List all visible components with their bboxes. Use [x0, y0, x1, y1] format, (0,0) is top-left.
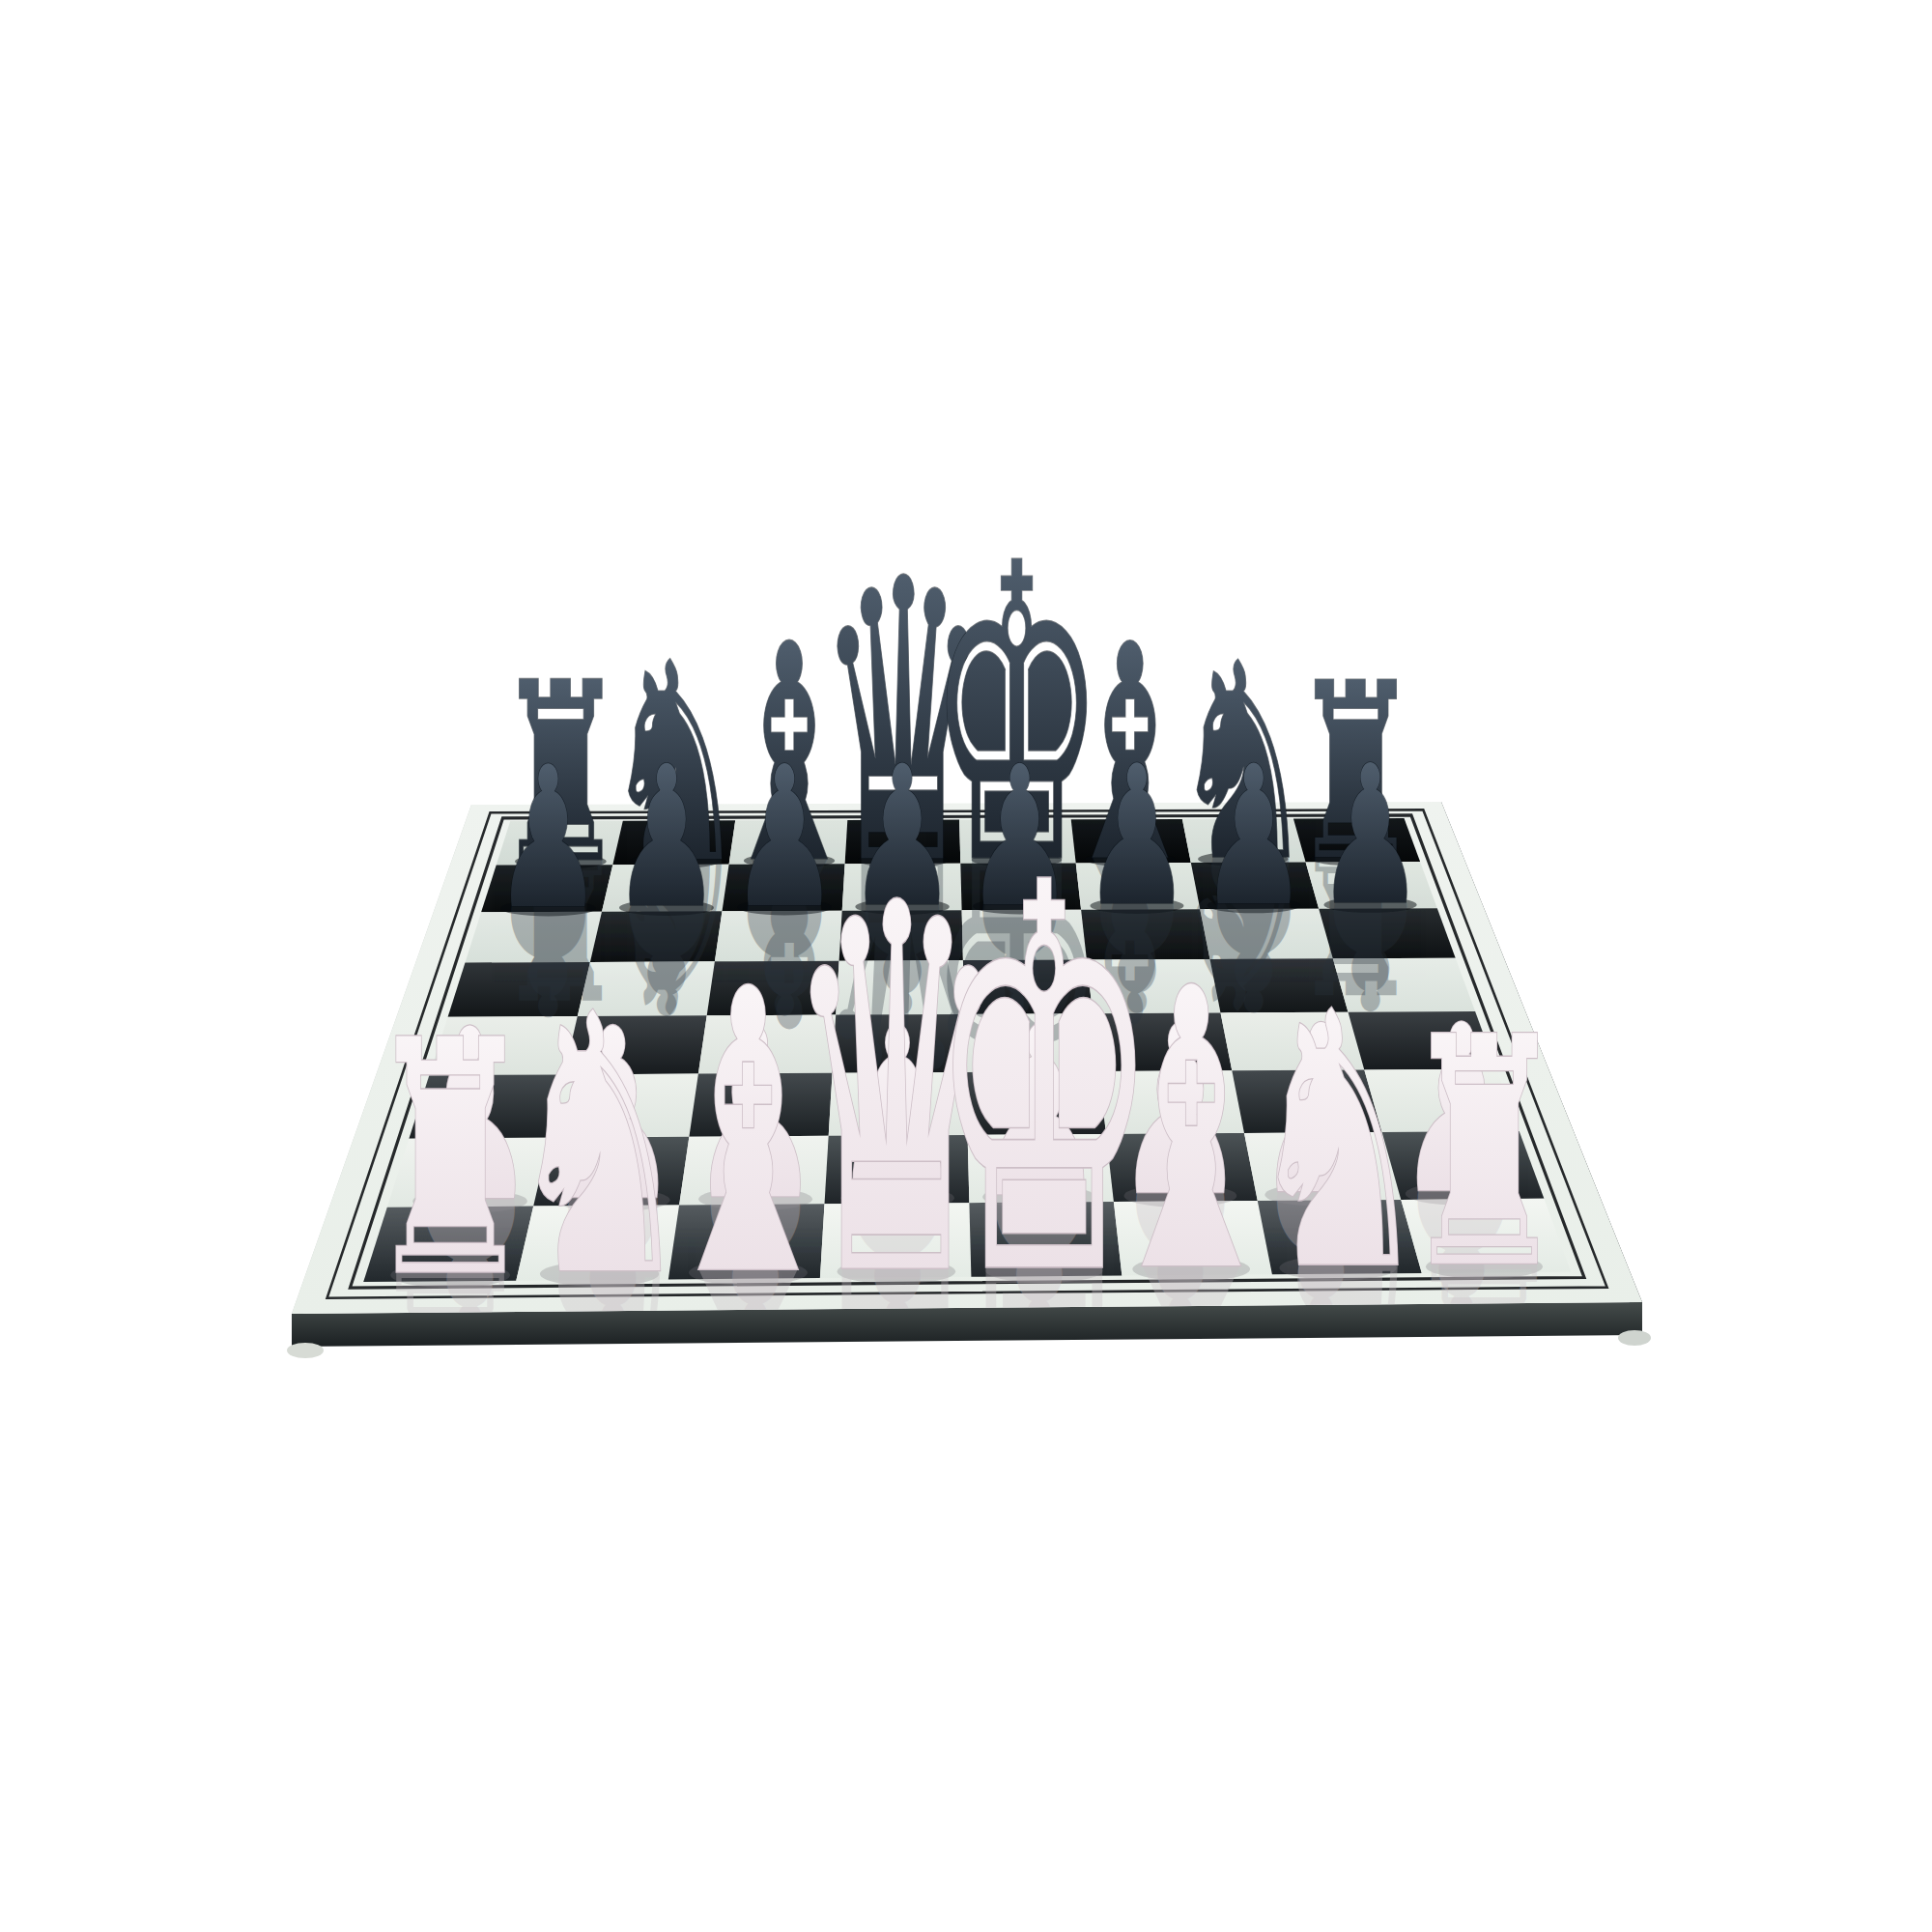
glass-foot-right [1618, 1330, 1651, 1346]
glass-foot-left [287, 1343, 324, 1358]
chess-pieces: ♜♞♝♛♚♝♞♜♟♟♟♟♟♟♟♟♟♟♟♟♟♟♟♟♜♞♝♛♚♝♞♜ [364, 478, 1568, 1392]
piece-black-pawn-a7: ♟ [493, 724, 604, 952]
piece-black-pawn-h7: ♟ [1316, 724, 1425, 948]
piece-white-rook-h1: ♜ [1401, 971, 1569, 1337]
glass-chess-set-photo: ♜♞♝♛♚♝♞♜♟♟♟♟♟♟♟♟♟♟♟♟♟♟♟♟♜♞♝♛♚♝♞♜♜♞♝♛♚♝♞♜… [0, 0, 1932, 1932]
product-photo-white-backdrop: ♜♞♝♛♚♝♞♜♟♟♟♟♟♟♟♟♟♟♟♟♟♟♟♟♜♞♝♛♚♝♞♜♜♞♝♛♚♝♞♜… [0, 0, 1932, 1932]
